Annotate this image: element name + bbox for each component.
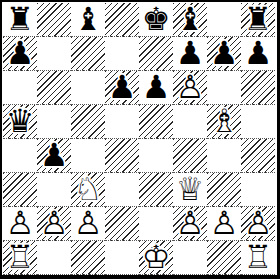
square-c4[interactable] bbox=[71, 139, 105, 173]
piece-black-king: ♚ bbox=[139, 3, 173, 36]
piece-white-pawn: ♟♙ bbox=[3, 207, 37, 240]
square-g2[interactable]: ♟♙ bbox=[207, 207, 241, 241]
black-pawn-icon: ♟ bbox=[105, 71, 139, 104]
piece-black-rook: ♜ bbox=[241, 3, 275, 36]
piece-white-pawn: ♟♙ bbox=[241, 207, 275, 240]
square-b6[interactable] bbox=[37, 71, 71, 105]
black-king-icon: ♚ bbox=[139, 3, 173, 36]
piece-black-pawn: ♟ bbox=[207, 37, 241, 70]
square-h2[interactable]: ♟♙ bbox=[241, 207, 275, 241]
square-f1[interactable] bbox=[173, 241, 207, 275]
square-f6[interactable]: ♟♙ bbox=[173, 71, 207, 105]
square-h4[interactable] bbox=[241, 139, 275, 173]
square-b3[interactable] bbox=[37, 173, 71, 207]
square-b8[interactable] bbox=[37, 3, 71, 37]
white-pawn-icon: ♙ bbox=[71, 207, 105, 240]
square-a7[interactable]: ♟ bbox=[3, 37, 37, 71]
piece-white-queen: ♛♕ bbox=[173, 173, 207, 206]
piece-black-pawn: ♟ bbox=[37, 139, 71, 172]
square-a2[interactable]: ♟♙ bbox=[3, 207, 37, 241]
black-rook-icon: ♜ bbox=[241, 3, 275, 36]
square-h5[interactable] bbox=[241, 105, 275, 139]
square-b4[interactable]: ♟ bbox=[37, 139, 71, 173]
white-rook-icon: ♖ bbox=[3, 241, 37, 274]
square-f5[interactable] bbox=[173, 105, 207, 139]
black-pawn-icon: ♟ bbox=[207, 37, 241, 70]
white-pawn-icon: ♙ bbox=[37, 207, 71, 240]
black-bishop-icon: ♝ bbox=[173, 3, 207, 36]
square-f4[interactable] bbox=[173, 139, 207, 173]
piece-white-pawn: ♟♙ bbox=[71, 207, 105, 240]
square-a4[interactable] bbox=[3, 139, 37, 173]
square-e3[interactable] bbox=[139, 173, 173, 207]
piece-black-pawn: ♟ bbox=[3, 37, 37, 70]
square-g1[interactable] bbox=[207, 241, 241, 275]
square-c8[interactable]: ♝ bbox=[71, 3, 105, 37]
square-b1[interactable] bbox=[37, 241, 71, 275]
square-f7[interactable]: ♟ bbox=[173, 37, 207, 71]
chess-diagram: ♜♝♚♝♜♟♟♟♟♟♟♟♙♛♝♗♟♞♘♛♕♟♙♟♙♟♙♟♙♟♙♟♙♜♖♚♔♜♖ bbox=[0, 0, 280, 279]
white-pawn-icon: ♙ bbox=[173, 71, 207, 104]
square-d2[interactable] bbox=[105, 207, 139, 241]
square-h8[interactable]: ♜ bbox=[241, 3, 275, 37]
white-king-icon: ♔ bbox=[139, 241, 173, 274]
black-pawn-icon: ♟ bbox=[241, 37, 275, 70]
black-bishop-icon: ♝ bbox=[71, 3, 105, 36]
square-d6[interactable]: ♟ bbox=[105, 71, 139, 105]
black-pawn-icon: ♟ bbox=[37, 139, 71, 172]
square-d4[interactable] bbox=[105, 139, 139, 173]
piece-black-pawn: ♟ bbox=[241, 37, 275, 70]
white-knight-icon: ♘ bbox=[71, 173, 105, 206]
square-g5[interactable]: ♝♗ bbox=[207, 105, 241, 139]
square-a1[interactable]: ♜♖ bbox=[3, 241, 37, 275]
piece-white-pawn: ♟♙ bbox=[173, 207, 207, 240]
white-pawn-icon: ♙ bbox=[3, 207, 37, 240]
piece-black-rook: ♜ bbox=[3, 3, 37, 36]
square-g6[interactable] bbox=[207, 71, 241, 105]
square-f3[interactable]: ♛♕ bbox=[173, 173, 207, 207]
white-pawn-icon: ♙ bbox=[241, 207, 275, 240]
square-e5[interactable] bbox=[139, 105, 173, 139]
square-h6[interactable] bbox=[241, 71, 275, 105]
piece-black-pawn: ♟ bbox=[173, 37, 207, 70]
black-queen-icon: ♛ bbox=[3, 105, 37, 138]
piece-white-pawn: ♟♙ bbox=[173, 71, 207, 104]
piece-black-pawn: ♟ bbox=[139, 71, 173, 104]
square-a6[interactable] bbox=[3, 71, 37, 105]
square-g8[interactable] bbox=[207, 3, 241, 37]
square-d1[interactable] bbox=[105, 241, 139, 275]
white-rook-icon: ♖ bbox=[241, 241, 275, 274]
square-c5[interactable] bbox=[71, 105, 105, 139]
piece-white-rook: ♜♖ bbox=[241, 241, 275, 274]
square-b2[interactable]: ♟♙ bbox=[37, 207, 71, 241]
square-g3[interactable] bbox=[207, 173, 241, 207]
square-d5[interactable] bbox=[105, 105, 139, 139]
piece-white-pawn: ♟♙ bbox=[207, 207, 241, 240]
white-queen-icon: ♕ bbox=[173, 173, 207, 206]
black-rook-icon: ♜ bbox=[3, 3, 37, 36]
square-a5[interactable]: ♛ bbox=[3, 105, 37, 139]
piece-white-pawn: ♟♙ bbox=[37, 207, 71, 240]
square-d7[interactable] bbox=[105, 37, 139, 71]
square-f2[interactable]: ♟♙ bbox=[173, 207, 207, 241]
piece-black-queen: ♛ bbox=[3, 105, 37, 138]
square-d8[interactable] bbox=[105, 3, 139, 37]
piece-white-knight: ♞♘ bbox=[71, 173, 105, 206]
square-f8[interactable]: ♝ bbox=[173, 3, 207, 37]
square-e4[interactable] bbox=[139, 139, 173, 173]
square-c7[interactable] bbox=[71, 37, 105, 71]
square-a8[interactable]: ♜ bbox=[3, 3, 37, 37]
square-c3[interactable]: ♞♘ bbox=[71, 173, 105, 207]
square-g7[interactable]: ♟ bbox=[207, 37, 241, 71]
piece-black-pawn: ♟ bbox=[105, 71, 139, 104]
square-e1[interactable]: ♚♔ bbox=[139, 241, 173, 275]
black-pawn-icon: ♟ bbox=[173, 37, 207, 70]
black-pawn-icon: ♟ bbox=[3, 37, 37, 70]
square-e8[interactable]: ♚ bbox=[139, 3, 173, 37]
piece-white-rook: ♜♖ bbox=[3, 241, 37, 274]
square-c6[interactable] bbox=[71, 71, 105, 105]
square-e6[interactable]: ♟ bbox=[139, 71, 173, 105]
piece-white-king: ♚♔ bbox=[139, 241, 173, 274]
square-b7[interactable] bbox=[37, 37, 71, 71]
square-a3[interactable] bbox=[3, 173, 37, 207]
white-bishop-icon: ♗ bbox=[207, 105, 241, 138]
piece-white-bishop: ♝♗ bbox=[207, 105, 241, 138]
square-d3[interactable] bbox=[105, 173, 139, 207]
square-h1[interactable]: ♜♖ bbox=[241, 241, 275, 275]
square-h7[interactable]: ♟ bbox=[241, 37, 275, 71]
square-e7[interactable] bbox=[139, 37, 173, 71]
white-pawn-icon: ♙ bbox=[173, 207, 207, 240]
piece-black-bishop: ♝ bbox=[71, 3, 105, 36]
square-b5[interactable] bbox=[37, 105, 71, 139]
black-pawn-icon: ♟ bbox=[139, 71, 173, 104]
square-h3[interactable] bbox=[241, 173, 275, 207]
piece-black-bishop: ♝ bbox=[173, 3, 207, 36]
white-pawn-icon: ♙ bbox=[207, 207, 241, 240]
square-e2[interactable] bbox=[139, 207, 173, 241]
chess-board: ♜♝♚♝♜♟♟♟♟♟♟♟♙♛♝♗♟♞♘♛♕♟♙♟♙♟♙♟♙♟♙♟♙♜♖♚♔♜♖ bbox=[3, 3, 275, 275]
square-c1[interactable] bbox=[71, 241, 105, 275]
square-c2[interactable]: ♟♙ bbox=[71, 207, 105, 241]
square-g4[interactable] bbox=[207, 139, 241, 173]
